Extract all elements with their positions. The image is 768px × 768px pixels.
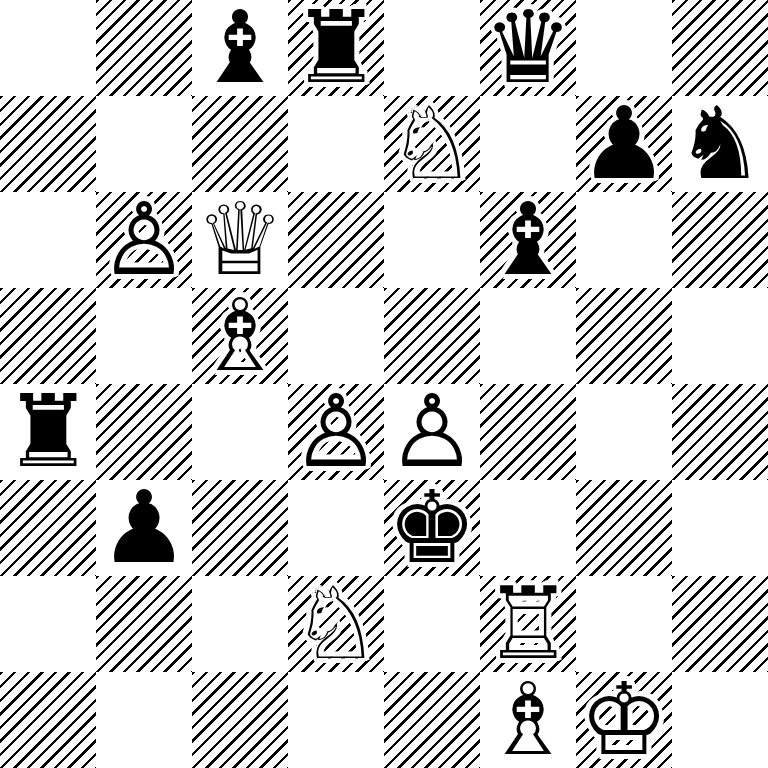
square-e2[interactable] bbox=[384, 576, 480, 672]
square-e5[interactable] bbox=[384, 288, 480, 384]
square-e1[interactable] bbox=[384, 672, 480, 768]
piece-black-queen[interactable]: ♛ bbox=[483, 0, 573, 96]
piece-black-bishop[interactable]: ♝ bbox=[483, 192, 573, 288]
square-f1[interactable]: ♗ bbox=[480, 672, 576, 768]
square-g7[interactable]: ♟︎ bbox=[576, 96, 672, 192]
piece-white-bishop[interactable]: ♗ bbox=[195, 288, 285, 384]
square-d3[interactable] bbox=[288, 480, 384, 576]
square-c3[interactable] bbox=[192, 480, 288, 576]
square-a5[interactable] bbox=[0, 288, 96, 384]
square-c6[interactable]: ♕ bbox=[192, 192, 288, 288]
square-b1[interactable] bbox=[96, 672, 192, 768]
square-f7[interactable] bbox=[480, 96, 576, 192]
piece-white-pawn[interactable]: ♙ bbox=[99, 192, 189, 288]
square-b4[interactable] bbox=[96, 384, 192, 480]
square-e8[interactable] bbox=[384, 0, 480, 96]
square-g1[interactable]: ♔ bbox=[576, 672, 672, 768]
piece-white-king[interactable]: ♔ bbox=[579, 672, 669, 768]
square-h4[interactable] bbox=[672, 384, 768, 480]
piece-black-knight[interactable]: ♞ bbox=[675, 96, 765, 192]
square-c8[interactable]: ♝ bbox=[192, 0, 288, 96]
square-a7[interactable] bbox=[0, 96, 96, 192]
square-a2[interactable] bbox=[0, 576, 96, 672]
piece-white-bishop[interactable]: ♗ bbox=[483, 672, 573, 768]
piece-black-king[interactable]: ♚ bbox=[387, 480, 477, 576]
square-b6[interactable]: ♙ bbox=[96, 192, 192, 288]
square-b8[interactable] bbox=[96, 0, 192, 96]
square-h8[interactable] bbox=[672, 0, 768, 96]
piece-white-pawn[interactable]: ♙ bbox=[387, 384, 477, 480]
square-c1[interactable] bbox=[192, 672, 288, 768]
chess-board: ♝♜♛♘♟︎♞♙♕♝♗♜♙♙♟︎♚♘♖♗♔ bbox=[0, 0, 768, 768]
square-f5[interactable] bbox=[480, 288, 576, 384]
square-f8[interactable]: ♛ bbox=[480, 0, 576, 96]
piece-black-rook[interactable]: ♜ bbox=[291, 0, 381, 96]
piece-black-pawn[interactable]: ♟︎ bbox=[579, 96, 669, 192]
piece-white-queen[interactable]: ♕ bbox=[195, 192, 285, 288]
square-e7[interactable]: ♘ bbox=[384, 96, 480, 192]
piece-black-pawn[interactable]: ♟︎ bbox=[99, 480, 189, 576]
square-h3[interactable] bbox=[672, 480, 768, 576]
piece-white-pawn[interactable]: ♙ bbox=[291, 384, 381, 480]
piece-black-bishop[interactable]: ♝ bbox=[195, 0, 285, 96]
square-g6[interactable] bbox=[576, 192, 672, 288]
square-h6[interactable] bbox=[672, 192, 768, 288]
square-f4[interactable] bbox=[480, 384, 576, 480]
square-g4[interactable] bbox=[576, 384, 672, 480]
square-e4[interactable]: ♙ bbox=[384, 384, 480, 480]
square-a6[interactable] bbox=[0, 192, 96, 288]
piece-black-rook[interactable]: ♜ bbox=[3, 384, 93, 480]
square-d7[interactable] bbox=[288, 96, 384, 192]
square-b5[interactable] bbox=[96, 288, 192, 384]
square-d1[interactable] bbox=[288, 672, 384, 768]
square-f3[interactable] bbox=[480, 480, 576, 576]
square-g5[interactable] bbox=[576, 288, 672, 384]
square-d4[interactable]: ♙ bbox=[288, 384, 384, 480]
piece-white-rook[interactable]: ♖ bbox=[483, 576, 573, 672]
square-e6[interactable] bbox=[384, 192, 480, 288]
square-b7[interactable] bbox=[96, 96, 192, 192]
square-g2[interactable] bbox=[576, 576, 672, 672]
square-d8[interactable]: ♜ bbox=[288, 0, 384, 96]
square-c2[interactable] bbox=[192, 576, 288, 672]
square-d6[interactable] bbox=[288, 192, 384, 288]
square-h1[interactable] bbox=[672, 672, 768, 768]
square-c4[interactable] bbox=[192, 384, 288, 480]
square-a4[interactable]: ♜ bbox=[0, 384, 96, 480]
piece-white-knight[interactable]: ♘ bbox=[387, 96, 477, 192]
square-a1[interactable] bbox=[0, 672, 96, 768]
piece-white-knight[interactable]: ♘ bbox=[291, 576, 381, 672]
square-g3[interactable] bbox=[576, 480, 672, 576]
square-h5[interactable] bbox=[672, 288, 768, 384]
square-g8[interactable] bbox=[576, 0, 672, 96]
square-a8[interactable] bbox=[0, 0, 96, 96]
square-c7[interactable] bbox=[192, 96, 288, 192]
square-a3[interactable] bbox=[0, 480, 96, 576]
square-b2[interactable] bbox=[96, 576, 192, 672]
square-c5[interactable]: ♗ bbox=[192, 288, 288, 384]
square-b3[interactable]: ♟︎ bbox=[96, 480, 192, 576]
square-d5[interactable] bbox=[288, 288, 384, 384]
square-h2[interactable] bbox=[672, 576, 768, 672]
square-f6[interactable]: ♝ bbox=[480, 192, 576, 288]
square-d2[interactable]: ♘ bbox=[288, 576, 384, 672]
square-h7[interactable]: ♞ bbox=[672, 96, 768, 192]
square-e3[interactable]: ♚ bbox=[384, 480, 480, 576]
square-f2[interactable]: ♖ bbox=[480, 576, 576, 672]
